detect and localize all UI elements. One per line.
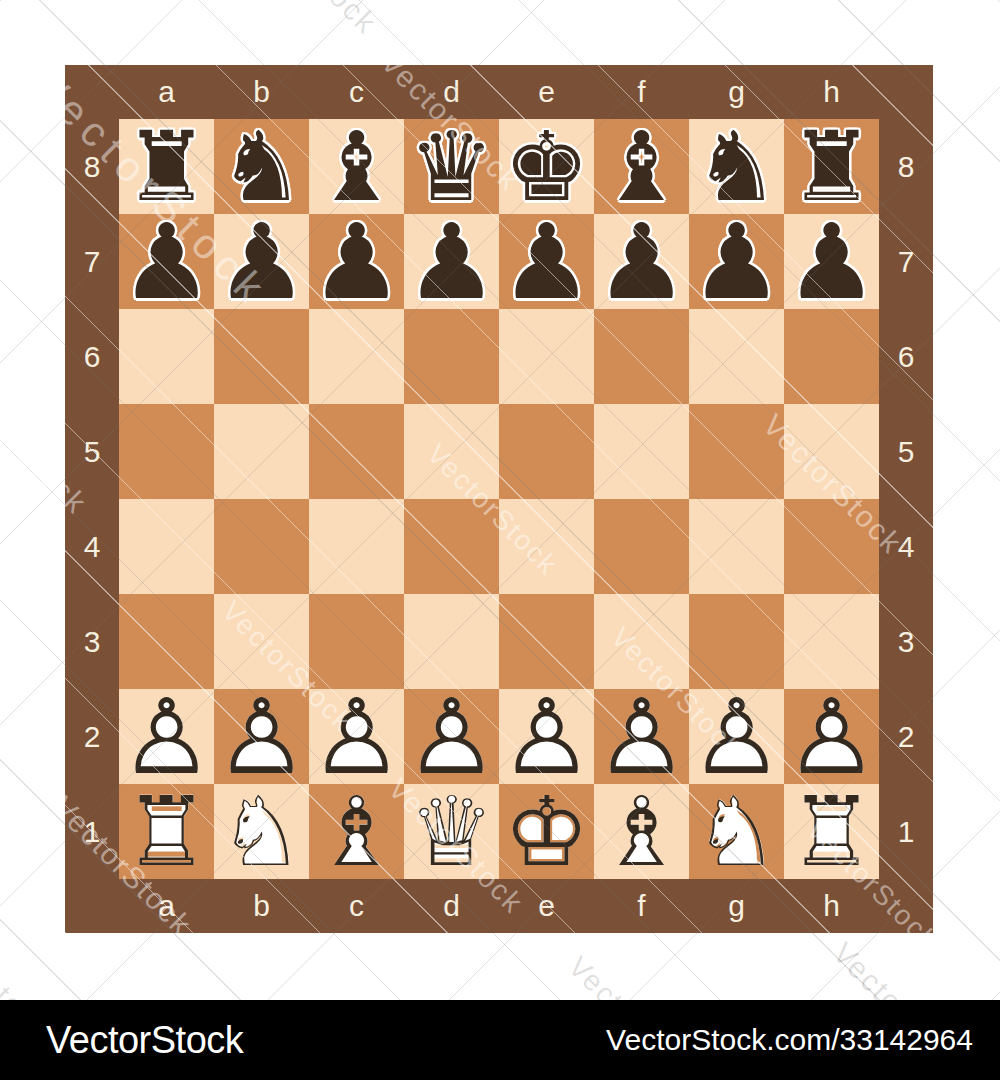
white-rook-h1: ♜♖ [784,784,879,879]
rank-label-4: 4 [879,499,933,594]
square-g8: ♞ [689,119,784,214]
square-c2: ♟♙ [309,689,404,784]
square-b1: ♞♘ [214,784,309,879]
piece-glyph: ♟ [309,214,404,309]
black-pawn-g7: ♟ [689,214,784,309]
square-d1: ♛♕ [404,784,499,879]
square-e4 [499,499,594,594]
rank-labels-left: 87654321 [65,119,119,879]
square-h7: ♟ [784,214,879,309]
piece-outline: ♙ [309,689,404,784]
piece-outline: ♕ [404,784,499,879]
square-a4 [119,499,214,594]
square-c3 [309,594,404,689]
square-f2: ♟♙ [594,689,689,784]
square-e8: ♚ [499,119,594,214]
rank-label-6: 6 [879,309,933,404]
square-c6 [309,309,404,404]
square-d3 [404,594,499,689]
rank-label-7: 7 [65,214,119,309]
square-e2: ♟♙ [499,689,594,784]
white-bishop-f1: ♝♗ [594,784,689,879]
square-g2: ♟♙ [689,689,784,784]
square-b7: ♟ [214,214,309,309]
rank-label-3: 3 [879,594,933,689]
square-f4 [594,499,689,594]
white-bishop-c1: ♝♗ [309,784,404,879]
square-c8: ♝ [309,119,404,214]
square-f1: ♝♗ [594,784,689,879]
piece-glyph: ♟ [689,214,784,309]
piece-outline: ♙ [214,689,309,784]
rank-label-2: 2 [879,689,933,784]
rank-label-8: 8 [65,119,119,214]
black-rook-h8: ♜ [784,119,879,214]
rank-label-3: 3 [65,594,119,689]
piece-outline: ♙ [119,689,214,784]
rank-label-5: 5 [65,404,119,499]
chess-board: abcdefgh abcdefgh 87654321 87654321 ♜♞♝♛… [65,65,933,933]
square-g4 [689,499,784,594]
board-squares: ♜♞♝♛♚♝♞♜♟♟♟♟♟♟♟♟♟♙♟♙♟♙♟♙♟♙♟♙♟♙♟♙♜♖♞♘♝♗♛♕… [119,119,879,879]
square-f6 [594,309,689,404]
square-c4 [309,499,404,594]
square-c1: ♝♗ [309,784,404,879]
black-king-e8: ♚ [499,119,594,214]
black-bishop-c8: ♝ [309,119,404,214]
square-b3 [214,594,309,689]
square-a6 [119,309,214,404]
piece-glyph: ♟ [784,214,879,309]
square-f8: ♝ [594,119,689,214]
piece-glyph: ♟ [404,214,499,309]
piece-outline: ♗ [594,784,689,879]
square-g3 [689,594,784,689]
square-e1: ♚♔ [499,784,594,879]
piece-glyph: ♝ [594,119,689,214]
square-a3 [119,594,214,689]
square-f7: ♟ [594,214,689,309]
square-a2: ♟♙ [119,689,214,784]
square-h6 [784,309,879,404]
piece-outline: ♙ [784,689,879,784]
black-pawn-e7: ♟ [499,214,594,309]
square-e3 [499,594,594,689]
black-knight-g8: ♞ [689,119,784,214]
piece-outline: ♙ [499,689,594,784]
white-pawn-g2: ♟♙ [689,689,784,784]
piece-glyph: ♞ [689,119,784,214]
white-knight-b1: ♞♘ [214,784,309,879]
white-pawn-b2: ♟♙ [214,689,309,784]
piece-glyph: ♛ [404,119,499,214]
black-pawn-h7: ♟ [784,214,879,309]
white-pawn-h2: ♟♙ [784,689,879,784]
white-pawn-a2: ♟♙ [119,689,214,784]
square-a7: ♟ [119,214,214,309]
square-b4 [214,499,309,594]
piece-outline: ♙ [594,689,689,784]
white-pawn-d2: ♟♙ [404,689,499,784]
piece-glyph: ♟ [594,214,689,309]
piece-glyph: ♞ [214,119,309,214]
square-e7: ♟ [499,214,594,309]
rank-label-2: 2 [65,689,119,784]
square-d2: ♟♙ [404,689,499,784]
white-rook-a1: ♜♖ [119,784,214,879]
piece-outline: ♙ [689,689,784,784]
square-c5 [309,404,404,499]
square-a1: ♜♖ [119,784,214,879]
square-b8: ♞ [214,119,309,214]
white-queen-d1: ♛♕ [404,784,499,879]
square-a5 [119,404,214,499]
black-pawn-b7: ♟ [214,214,309,309]
rank-label-7: 7 [879,214,933,309]
rank-label-1: 1 [65,784,119,879]
white-knight-g1: ♞♘ [689,784,784,879]
rank-label-1: 1 [879,784,933,879]
square-d5 [404,404,499,499]
watermark-footer: VectorStock VectorStock.com/33142964 [0,1000,1000,1080]
square-h5 [784,404,879,499]
rank-label-4: 4 [65,499,119,594]
square-h2: ♟♙ [784,689,879,784]
black-pawn-f7: ♟ [594,214,689,309]
square-b6 [214,309,309,404]
white-pawn-e2: ♟♙ [499,689,594,784]
rank-label-8: 8 [879,119,933,214]
square-g5 [689,404,784,499]
square-f3 [594,594,689,689]
square-g1: ♞♘ [689,784,784,879]
square-d8: ♛ [404,119,499,214]
black-pawn-a7: ♟ [119,214,214,309]
piece-glyph: ♜ [784,119,879,214]
piece-outline: ♖ [119,784,214,879]
piece-glyph: ♜ [119,119,214,214]
square-e5 [499,404,594,499]
piece-outline: ♖ [784,784,879,879]
piece-glyph: ♝ [309,119,404,214]
watermark-text: VectorStock [231,0,384,41]
square-h8: ♜ [784,119,879,214]
black-rook-a8: ♜ [119,119,214,214]
square-g6 [689,309,784,404]
piece-outline: ♘ [214,784,309,879]
square-c7: ♟ [309,214,404,309]
rank-labels-right: 87654321 [879,119,933,879]
vectorstock-url: VectorStock.com/33142964 [606,1023,973,1057]
white-pawn-c2: ♟♙ [309,689,404,784]
square-a8: ♜ [119,119,214,214]
piece-glyph: ♟ [499,214,594,309]
square-h4 [784,499,879,594]
square-b2: ♟♙ [214,689,309,784]
black-knight-b8: ♞ [214,119,309,214]
square-f5 [594,404,689,499]
piece-outline: ♗ [309,784,404,879]
vectorstock-logo: VectorStock [46,1019,243,1062]
white-king-e1: ♚♔ [499,784,594,879]
square-d4 [404,499,499,594]
rank-label-5: 5 [879,404,933,499]
piece-outline: ♘ [689,784,784,879]
black-queen-d8: ♛ [404,119,499,214]
square-g7: ♟ [689,214,784,309]
piece-glyph: ♚ [499,119,594,214]
piece-outline: ♙ [404,689,499,784]
white-pawn-f2: ♟♙ [594,689,689,784]
square-b5 [214,404,309,499]
rank-label-6: 6 [65,309,119,404]
black-pawn-c7: ♟ [309,214,404,309]
black-pawn-d7: ♟ [404,214,499,309]
square-d6 [404,309,499,404]
black-bishop-f8: ♝ [594,119,689,214]
square-h1: ♜♖ [784,784,879,879]
piece-glyph: ♟ [119,214,214,309]
square-h3 [784,594,879,689]
square-e6 [499,309,594,404]
piece-glyph: ♟ [214,214,309,309]
piece-outline: ♔ [499,784,594,879]
stock-image-page: abcdefgh abcdefgh 87654321 87654321 ♜♞♝♛… [0,0,1000,1080]
square-d7: ♟ [404,214,499,309]
